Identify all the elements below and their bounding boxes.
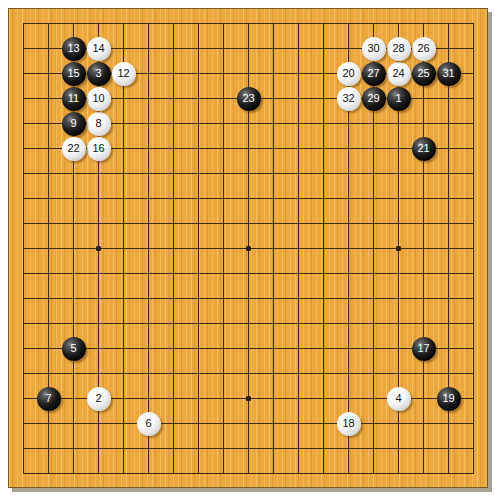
move-number: 1 [395, 93, 401, 104]
move-number: 31 [442, 68, 454, 79]
stone-black[interactable]: 9 [62, 112, 86, 136]
star-point [246, 246, 251, 251]
stone-black[interactable]: 5 [62, 337, 86, 361]
move-number: 6 [145, 418, 151, 429]
stone-black[interactable]: 13 [62, 37, 86, 61]
star-point [246, 396, 251, 401]
move-number: 23 [242, 93, 254, 104]
move-number: 2 [95, 393, 101, 404]
move-number: 8 [95, 118, 101, 129]
stone-black[interactable]: 17 [412, 337, 436, 361]
move-number: 32 [342, 93, 354, 104]
move-number: 13 [67, 43, 79, 54]
stone-black[interactable]: 27 [362, 62, 386, 86]
move-number: 22 [67, 143, 79, 154]
stone-white[interactable]: 16 [87, 137, 111, 161]
move-number: 9 [70, 118, 76, 129]
move-number: 27 [367, 68, 379, 79]
move-number: 11 [68, 93, 79, 104]
stone-black[interactable]: 1 [387, 87, 411, 111]
move-number: 3 [95, 68, 101, 79]
stone-black[interactable]: 21 [412, 137, 436, 161]
move-number: 21 [417, 143, 429, 154]
stone-white[interactable]: 22 [62, 137, 86, 161]
move-number: 10 [92, 93, 104, 104]
stone-white[interactable]: 24 [387, 62, 411, 86]
move-number: 12 [117, 68, 129, 79]
stone-white[interactable]: 32 [337, 87, 361, 111]
stone-white[interactable]: 30 [362, 37, 386, 61]
stone-white[interactable]: 28 [387, 37, 411, 61]
move-number: 7 [45, 393, 51, 404]
star-point [396, 246, 401, 251]
move-number: 25 [417, 68, 429, 79]
stone-white[interactable]: 12 [112, 62, 136, 86]
stone-white[interactable]: 4 [387, 387, 411, 411]
star-point [96, 246, 101, 251]
stone-white[interactable]: 8 [87, 112, 111, 136]
move-number: 20 [342, 68, 354, 79]
go-board[interactable]: 1234567891011121314151617181920212223242… [8, 8, 488, 488]
move-number: 19 [442, 393, 454, 404]
stone-white[interactable]: 26 [412, 37, 436, 61]
move-number: 16 [92, 143, 104, 154]
stone-black[interactable]: 19 [437, 387, 461, 411]
stone-black[interactable]: 31 [437, 62, 461, 86]
stone-white[interactable]: 20 [337, 62, 361, 86]
move-number: 24 [392, 68, 404, 79]
stone-white[interactable]: 14 [87, 37, 111, 61]
stone-white[interactable]: 6 [137, 412, 161, 436]
move-number: 4 [395, 393, 401, 404]
move-number: 17 [417, 343, 429, 354]
stone-black[interactable]: 15 [62, 62, 86, 86]
move-number: 28 [392, 43, 404, 54]
move-number: 15 [67, 68, 79, 79]
move-number: 14 [92, 43, 104, 54]
stone-white[interactable]: 2 [87, 387, 111, 411]
stone-black[interactable]: 11 [62, 87, 86, 111]
stone-white[interactable]: 18 [337, 412, 361, 436]
move-number: 30 [367, 43, 379, 54]
stone-black[interactable]: 25 [412, 62, 436, 86]
stone-black[interactable]: 7 [37, 387, 61, 411]
stone-white[interactable]: 10 [87, 87, 111, 111]
intersections-layer: 1234567891011121314151617181920212223242… [11, 11, 486, 486]
stone-black[interactable]: 29 [362, 87, 386, 111]
stone-black[interactable]: 23 [237, 87, 261, 111]
move-number: 29 [367, 93, 379, 104]
stone-black[interactable]: 3 [87, 62, 111, 86]
move-number: 26 [417, 43, 429, 54]
move-number: 18 [342, 418, 354, 429]
move-number: 5 [70, 343, 76, 354]
